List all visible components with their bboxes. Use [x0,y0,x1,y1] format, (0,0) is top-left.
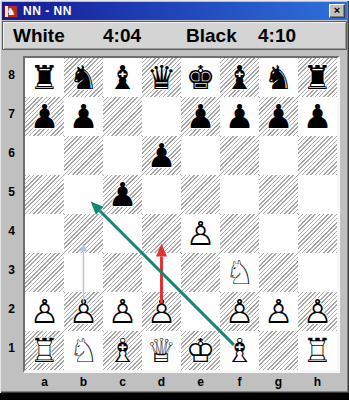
piece-solid-layer: ♟ [259,97,298,136]
piece-white-pawn[interactable]: ♟♙ [103,292,142,331]
square-h2[interactable]: ♟♙ [298,292,337,331]
piece-outline-layer: ♗ [103,331,142,370]
square-c1[interactable]: ♝♗ [103,331,142,370]
piece-black-pawn[interactable]: ♟ [64,97,103,136]
square-d5[interactable] [142,175,181,214]
piece-outline-layer: ♙ [25,292,64,331]
piece-outline-layer: ♙ [298,292,337,331]
square-g5[interactable] [259,175,298,214]
piece-solid-layer: ♝ [220,58,259,97]
file-label-c: c [103,374,142,390]
file-label-a: a [25,374,64,390]
square-f4[interactable] [220,214,259,253]
file-labels: abcdefgh [25,374,337,390]
piece-black-king[interactable]: ♚ [181,58,220,97]
square-g7[interactable]: ♟ [259,97,298,136]
piece-solid-layer: ♟ [142,136,181,175]
square-g2[interactable]: ♟♙ [259,292,298,331]
square-a6[interactable] [25,136,64,175]
file-label-e: e [181,374,220,390]
square-f2[interactable]: ♟♙ [220,292,259,331]
piece-outline-layer: ♙ [259,292,298,331]
piece-outline-layer: ♖ [298,331,337,370]
file-label-b: b [64,374,103,390]
close-button[interactable]: × [329,4,345,18]
piece-outline-layer: ♖ [25,331,64,370]
square-c8[interactable]: ♝ [103,58,142,97]
piece-solid-layer: ♟ [25,97,64,136]
square-a4[interactable] [25,214,64,253]
piece-black-pawn[interactable]: ♟ [103,175,142,214]
square-f8[interactable]: ♝ [220,58,259,97]
rank-label-5: 5 [0,173,23,212]
square-c7[interactable] [103,97,142,136]
square-h3[interactable] [298,253,337,292]
piece-outline-layer: ♙ [64,292,103,331]
black-clock-label: Black [186,22,237,49]
piece-black-queen[interactable]: ♛ [142,58,181,97]
piece-black-rook[interactable]: ♜ [25,58,64,97]
rank-label-8: 8 [0,56,23,95]
piece-outline-layer: ♘ [220,253,259,292]
piece-solid-layer: ♜ [298,58,337,97]
piece-black-rook[interactable]: ♜ [298,58,337,97]
square-d4[interactable] [142,214,181,253]
black-clock-time: 4:10 [258,22,296,49]
square-b7[interactable]: ♟ [64,97,103,136]
piece-white-pawn[interactable]: ♟♙ [298,292,337,331]
square-d1[interactable]: ♛♕ [142,331,181,370]
piece-solid-layer: ♞ [64,58,103,97]
file-label-d: d [142,374,181,390]
piece-black-pawn[interactable]: ♟ [298,97,337,136]
square-b6[interactable] [64,136,103,175]
square-h6[interactable] [298,136,337,175]
square-e3[interactable] [181,253,220,292]
square-e7[interactable]: ♟ [181,97,220,136]
clock-bar: White 4:04 Black 4:10 [2,21,347,50]
rank-label-3: 3 [0,251,23,290]
piece-solid-layer: ♛ [142,58,181,97]
piece-black-pawn[interactable]: ♟ [259,97,298,136]
square-a2[interactable]: ♟♙ [25,292,64,331]
rank-labels: 87654321 [0,56,23,368]
piece-solid-layer: ♚ [181,58,220,97]
piece-white-king[interactable]: ♚♔ [181,331,220,370]
piece-outline-layer: ♙ [220,292,259,331]
file-label-g: g [259,374,298,390]
rank-label-7: 7 [0,95,23,134]
piece-white-pawn[interactable]: ♟♙ [181,214,220,253]
square-h7[interactable]: ♟ [298,97,337,136]
piece-solid-layer: ♟ [64,97,103,136]
square-a3[interactable] [25,253,64,292]
piece-white-bishop[interactable]: ♝♗ [220,331,259,370]
square-d2[interactable]: ♟♙ [142,292,181,331]
square-e8[interactable]: ♚ [181,58,220,97]
piece-white-rook[interactable]: ♜♖ [298,331,337,370]
piece-solid-layer: ♜ [25,58,64,97]
square-b5[interactable] [64,175,103,214]
square-a7[interactable]: ♟ [25,97,64,136]
square-f7[interactable]: ♟ [220,97,259,136]
white-clock-label: White [13,22,65,49]
piece-white-pawn[interactable]: ♟♙ [25,292,64,331]
square-e6[interactable] [181,136,220,175]
piece-white-bishop[interactable]: ♝♗ [103,331,142,370]
square-g1[interactable] [259,331,298,370]
square-d8[interactable]: ♛ [142,58,181,97]
title-bar[interactable]: ♞ NN - NN × [2,2,347,20]
piece-white-pawn[interactable]: ♟♙ [220,292,259,331]
piece-white-rook[interactable]: ♜♖ [25,331,64,370]
square-c5[interactable]: ♟ [103,175,142,214]
square-b2[interactable]: ♟♙ [64,292,103,331]
piece-outline-layer: ♙ [181,214,220,253]
square-g4[interactable] [259,214,298,253]
piece-outline-layer: ♕ [142,331,181,370]
square-a5[interactable] [25,175,64,214]
square-b1[interactable]: ♞♘ [64,331,103,370]
square-d7[interactable] [142,97,181,136]
square-a8[interactable]: ♜ [25,58,64,97]
piece-white-knight[interactable]: ♞♘ [220,253,259,292]
square-h8[interactable]: ♜ [298,58,337,97]
app-knight-icon[interactable]: ♞ [4,5,18,18]
piece-outline-layer: ♔ [181,331,220,370]
piece-solid-layer: ♞ [259,58,298,97]
square-h4[interactable] [298,214,337,253]
piece-black-bishop[interactable]: ♝ [103,58,142,97]
piece-solid-layer: ♟ [103,175,142,214]
square-g8[interactable]: ♞ [259,58,298,97]
square-f3[interactable]: ♞♘ [220,253,259,292]
square-b3[interactable] [64,253,103,292]
chess-app-window: ♞ NN - NN × White 4:04 Black 4:10 876543… [0,0,349,393]
desktop-background-strip [0,393,349,400]
piece-black-pawn[interactable]: ♟ [220,97,259,136]
square-f5[interactable] [220,175,259,214]
square-b4[interactable] [64,214,103,253]
square-c2[interactable]: ♟♙ [103,292,142,331]
square-c3[interactable] [103,253,142,292]
piece-white-queen[interactable]: ♛♕ [142,331,181,370]
piece-white-pawn[interactable]: ♟♙ [64,292,103,331]
square-e5[interactable] [181,175,220,214]
square-f1[interactable]: ♝♗ [220,331,259,370]
piece-outline-layer: ♙ [142,292,181,331]
square-c6[interactable] [103,136,142,175]
rank-label-2: 2 [0,290,23,329]
rank-label-6: 6 [0,134,23,173]
piece-outline-layer: ♙ [103,292,142,331]
piece-solid-layer: ♟ [181,97,220,136]
chess-board-frame: ♜♞♝♛♚♝♞♜♟♟♟♟♟♟♟♟♟♙♞♘♟♙♟♙♟♙♟♙♟♙♟♙♟♙♜♖♞♘♝♗… [23,56,340,373]
chess-board[interactable]: ♜♞♝♛♚♝♞♜♟♟♟♟♟♟♟♟♟♙♞♘♟♙♟♙♟♙♟♙♟♙♟♙♟♙♜♖♞♘♝♗… [25,58,337,370]
square-h5[interactable] [298,175,337,214]
piece-black-knight[interactable]: ♞ [64,58,103,97]
rank-label-4: 4 [0,212,23,251]
square-b8[interactable]: ♞ [64,58,103,97]
file-label-h: h [298,374,337,390]
white-clock-time: 4:04 [103,22,141,49]
piece-black-pawn[interactable]: ♟ [25,97,64,136]
piece-black-bishop[interactable]: ♝ [220,58,259,97]
square-g3[interactable] [259,253,298,292]
rank-label-1: 1 [0,329,23,368]
piece-white-knight[interactable]: ♞♘ [64,331,103,370]
square-f6[interactable] [220,136,259,175]
piece-black-pawn[interactable]: ♟ [142,136,181,175]
square-g6[interactable] [259,136,298,175]
piece-solid-layer: ♟ [298,97,337,136]
square-e4[interactable]: ♟♙ [181,214,220,253]
file-label-f: f [220,374,259,390]
square-h1[interactable]: ♜♖ [298,331,337,370]
square-e1[interactable]: ♚♔ [181,331,220,370]
piece-outline-layer: ♘ [64,331,103,370]
square-d3[interactable] [142,253,181,292]
square-c4[interactable] [103,214,142,253]
piece-black-pawn[interactable]: ♟ [181,97,220,136]
piece-solid-layer: ♝ [103,58,142,97]
piece-solid-layer: ♟ [220,97,259,136]
square-e2[interactable] [181,292,220,331]
square-d6[interactable]: ♟ [142,136,181,175]
piece-black-knight[interactable]: ♞ [259,58,298,97]
piece-white-pawn[interactable]: ♟♙ [259,292,298,331]
piece-outline-layer: ♗ [220,331,259,370]
piece-white-pawn[interactable]: ♟♙ [142,292,181,331]
window-title: NN - NN [23,4,72,18]
square-a1[interactable]: ♜♖ [25,331,64,370]
